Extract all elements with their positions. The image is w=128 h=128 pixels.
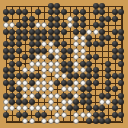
black-stone[interactable] — [118, 29, 124, 35]
black-stone[interactable] — [61, 41, 67, 47]
white-stone[interactable] — [22, 80, 28, 86]
white-stone[interactable] — [22, 118, 28, 124]
white-stone[interactable] — [105, 99, 111, 105]
black-stone[interactable] — [86, 105, 92, 111]
white-stone[interactable] — [80, 48, 86, 54]
black-stone[interactable] — [16, 48, 22, 54]
black-stone[interactable] — [80, 22, 86, 28]
black-stone[interactable] — [118, 35, 124, 41]
white-stone[interactable] — [93, 29, 99, 35]
white-stone[interactable] — [48, 41, 54, 47]
black-stone[interactable] — [22, 35, 28, 41]
black-stone[interactable] — [61, 61, 67, 67]
white-stone[interactable] — [41, 41, 47, 47]
black-stone[interactable] — [16, 9, 22, 15]
black-stone[interactable] — [41, 112, 47, 118]
black-stone[interactable] — [80, 9, 86, 15]
black-stone[interactable] — [99, 118, 105, 124]
black-stone[interactable] — [73, 99, 79, 105]
black-stone[interactable] — [16, 61, 22, 67]
white-stone[interactable] — [67, 99, 73, 105]
black-stone[interactable] — [16, 93, 22, 99]
white-stone[interactable] — [9, 105, 15, 111]
white-stone[interactable] — [48, 48, 54, 54]
black-stone[interactable] — [48, 35, 54, 41]
black-stone[interactable] — [9, 86, 15, 92]
white-stone[interactable] — [35, 105, 41, 111]
black-stone[interactable] — [29, 48, 35, 54]
black-stone[interactable] — [112, 112, 118, 118]
black-stone[interactable] — [61, 67, 67, 73]
black-stone[interactable] — [54, 9, 60, 15]
black-stone[interactable] — [16, 29, 22, 35]
black-stone[interactable] — [112, 86, 118, 92]
white-stone[interactable] — [73, 61, 79, 67]
black-stone[interactable] — [3, 16, 9, 22]
white-stone[interactable] — [67, 16, 73, 22]
white-stone[interactable] — [41, 22, 47, 28]
black-stone[interactable] — [3, 73, 9, 79]
black-stone[interactable] — [16, 73, 22, 79]
black-stone[interactable] — [29, 35, 35, 41]
black-stone[interactable] — [22, 16, 28, 22]
black-stone[interactable] — [86, 118, 92, 124]
black-stone[interactable] — [9, 61, 15, 67]
black-stone[interactable] — [3, 93, 9, 99]
white-stone[interactable] — [54, 118, 60, 124]
black-stone[interactable] — [112, 105, 118, 111]
black-stone[interactable] — [73, 29, 79, 35]
black-stone[interactable] — [73, 22, 79, 28]
white-stone[interactable] — [35, 80, 41, 86]
white-stone[interactable] — [54, 67, 60, 73]
black-stone[interactable] — [3, 48, 9, 54]
black-stone[interactable] — [3, 67, 9, 73]
black-stone[interactable] — [93, 41, 99, 47]
black-stone[interactable] — [99, 29, 105, 35]
black-stone[interactable] — [80, 86, 86, 92]
black-stone[interactable] — [112, 99, 118, 105]
black-stone[interactable] — [3, 29, 9, 35]
hoshi-point — [24, 63, 26, 65]
white-stone[interactable] — [54, 112, 60, 118]
white-stone[interactable] — [67, 86, 73, 92]
white-stone[interactable] — [3, 22, 9, 28]
black-stone[interactable] — [3, 9, 9, 15]
white-stone[interactable] — [29, 61, 35, 67]
black-stone[interactable] — [54, 3, 60, 9]
white-stone[interactable] — [22, 105, 28, 111]
black-stone[interactable] — [9, 48, 15, 54]
white-stone[interactable] — [48, 80, 54, 86]
black-stone[interactable] — [118, 61, 124, 67]
black-stone[interactable] — [112, 29, 118, 35]
black-stone[interactable] — [54, 80, 60, 86]
black-stone[interactable] — [118, 93, 124, 99]
black-stone[interactable] — [29, 80, 35, 86]
black-stone[interactable] — [3, 80, 9, 86]
black-stone[interactable] — [61, 48, 67, 54]
black-stone[interactable] — [29, 29, 35, 35]
black-stone[interactable] — [99, 41, 105, 47]
black-stone[interactable] — [16, 41, 22, 47]
white-stone[interactable] — [29, 105, 35, 111]
white-stone[interactable] — [73, 54, 79, 60]
white-stone[interactable] — [22, 93, 28, 99]
black-stone[interactable] — [86, 61, 92, 67]
black-stone[interactable] — [22, 22, 28, 28]
white-stone[interactable] — [41, 86, 47, 92]
black-stone[interactable] — [9, 67, 15, 73]
black-stone[interactable] — [48, 3, 54, 9]
black-stone[interactable] — [118, 99, 124, 105]
black-stone[interactable] — [112, 54, 118, 60]
black-stone[interactable] — [9, 9, 15, 15]
black-stone[interactable] — [9, 41, 15, 47]
white-stone[interactable] — [67, 22, 73, 28]
black-stone[interactable] — [86, 41, 92, 47]
black-stone[interactable] — [35, 93, 41, 99]
black-stone[interactable] — [61, 80, 67, 86]
white-stone[interactable] — [61, 99, 67, 105]
white-stone[interactable] — [41, 80, 47, 86]
black-stone[interactable] — [29, 73, 35, 79]
white-stone[interactable] — [35, 22, 41, 28]
black-stone[interactable] — [29, 16, 35, 22]
white-stone[interactable] — [80, 67, 86, 73]
black-stone[interactable] — [86, 54, 92, 60]
black-stone[interactable] — [22, 99, 28, 105]
black-stone[interactable] — [22, 9, 28, 15]
white-stone[interactable] — [54, 61, 60, 67]
white-stone[interactable] — [54, 73, 60, 79]
black-stone[interactable] — [105, 73, 111, 79]
white-stone[interactable] — [48, 99, 54, 105]
black-stone[interactable] — [86, 99, 92, 105]
black-stone[interactable] — [105, 61, 111, 67]
white-stone[interactable] — [41, 61, 47, 67]
black-stone[interactable] — [41, 48, 47, 54]
white-stone[interactable] — [16, 105, 22, 111]
black-stone[interactable] — [29, 22, 35, 28]
white-stone[interactable] — [61, 73, 67, 79]
black-stone[interactable] — [61, 29, 67, 35]
black-stone[interactable] — [9, 73, 15, 79]
black-stone[interactable] — [54, 35, 60, 41]
hoshi-point — [101, 63, 103, 65]
white-stone[interactable] — [48, 86, 54, 92]
black-stone[interactable] — [22, 54, 28, 60]
black-stone[interactable] — [61, 9, 67, 15]
black-stone[interactable] — [16, 35, 22, 41]
white-stone[interactable] — [80, 54, 86, 60]
black-stone[interactable] — [29, 54, 35, 60]
black-stone[interactable] — [54, 41, 60, 47]
black-stone[interactable] — [35, 41, 41, 47]
black-stone[interactable] — [35, 73, 41, 79]
go-board[interactable] — [0, 0, 128, 128]
white-stone[interactable] — [3, 105, 9, 111]
black-stone[interactable] — [93, 105, 99, 111]
white-stone[interactable] — [48, 93, 54, 99]
black-stone[interactable] — [105, 86, 111, 92]
white-stone[interactable] — [73, 112, 79, 118]
white-stone[interactable] — [41, 73, 47, 79]
black-stone[interactable] — [16, 112, 22, 118]
black-stone[interactable] — [67, 105, 73, 111]
black-stone[interactable] — [118, 9, 124, 15]
black-stone[interactable] — [112, 9, 118, 15]
black-stone[interactable] — [112, 48, 118, 54]
white-stone[interactable] — [73, 93, 79, 99]
black-stone[interactable] — [80, 99, 86, 105]
black-stone[interactable] — [67, 93, 73, 99]
white-stone[interactable] — [48, 105, 54, 111]
white-stone[interactable] — [29, 118, 35, 124]
white-stone[interactable] — [73, 86, 79, 92]
white-stone[interactable] — [61, 105, 67, 111]
black-stone[interactable] — [22, 29, 28, 35]
black-stone[interactable] — [9, 54, 15, 60]
white-stone[interactable] — [41, 105, 47, 111]
black-stone[interactable] — [86, 86, 92, 92]
white-stone[interactable] — [80, 80, 86, 86]
black-stone[interactable] — [86, 35, 92, 41]
black-stone[interactable] — [3, 54, 9, 60]
white-stone[interactable] — [54, 93, 60, 99]
black-stone[interactable] — [54, 16, 60, 22]
white-stone[interactable] — [35, 61, 41, 67]
black-stone[interactable] — [86, 73, 92, 79]
black-stone[interactable] — [61, 93, 67, 99]
black-stone[interactable] — [93, 54, 99, 60]
black-stone[interactable] — [41, 29, 47, 35]
white-stone[interactable] — [80, 35, 86, 41]
white-stone[interactable] — [35, 86, 41, 92]
black-stone[interactable] — [99, 22, 105, 28]
black-stone[interactable] — [61, 54, 67, 60]
black-stone[interactable] — [105, 118, 111, 124]
white-stone[interactable] — [3, 99, 9, 105]
black-stone[interactable] — [80, 29, 86, 35]
black-stone[interactable] — [48, 54, 54, 60]
black-stone[interactable] — [118, 73, 124, 79]
white-stone[interactable] — [48, 118, 54, 124]
white-stone[interactable] — [41, 54, 47, 60]
white-stone[interactable] — [54, 54, 60, 60]
black-stone[interactable] — [73, 9, 79, 15]
white-stone[interactable] — [29, 93, 35, 99]
black-stone[interactable] — [105, 16, 111, 22]
black-stone[interactable] — [54, 29, 60, 35]
white-stone[interactable] — [73, 41, 79, 47]
black-stone[interactable] — [93, 67, 99, 73]
black-stone[interactable] — [93, 80, 99, 86]
black-stone[interactable] — [80, 93, 86, 99]
white-stone[interactable] — [86, 112, 92, 118]
black-stone[interactable] — [16, 22, 22, 28]
white-stone[interactable] — [54, 105, 60, 111]
black-stone[interactable] — [118, 54, 124, 60]
black-stone[interactable] — [99, 3, 105, 9]
black-stone[interactable] — [93, 9, 99, 15]
black-stone[interactable] — [67, 80, 73, 86]
black-stone[interactable] — [3, 112, 9, 118]
black-stone[interactable] — [93, 22, 99, 28]
white-stone[interactable] — [48, 61, 54, 67]
black-stone[interactable] — [67, 67, 73, 73]
black-stone[interactable] — [73, 16, 79, 22]
white-stone[interactable] — [41, 67, 47, 73]
black-stone[interactable] — [105, 35, 111, 41]
white-stone[interactable] — [73, 35, 79, 41]
black-stone[interactable] — [29, 41, 35, 47]
black-stone[interactable] — [99, 93, 105, 99]
black-stone[interactable] — [93, 3, 99, 9]
black-stone[interactable] — [86, 80, 92, 86]
white-stone[interactable] — [35, 54, 41, 60]
black-stone[interactable] — [67, 48, 73, 54]
black-stone[interactable] — [118, 80, 124, 86]
black-stone[interactable] — [67, 61, 73, 67]
black-stone[interactable] — [93, 118, 99, 124]
white-stone[interactable] — [16, 80, 22, 86]
black-stone[interactable] — [80, 61, 86, 67]
white-stone[interactable] — [86, 29, 92, 35]
white-stone[interactable] — [73, 118, 79, 124]
black-stone[interactable] — [86, 93, 92, 99]
black-stone[interactable] — [61, 22, 67, 28]
white-stone[interactable] — [22, 86, 28, 92]
white-stone[interactable] — [61, 86, 67, 92]
black-stone[interactable] — [9, 93, 15, 99]
black-stone[interactable] — [99, 9, 105, 15]
white-stone[interactable] — [99, 99, 105, 105]
black-stone[interactable] — [80, 16, 86, 22]
black-stone[interactable] — [9, 80, 15, 86]
white-stone[interactable] — [61, 112, 67, 118]
black-stone[interactable] — [48, 29, 54, 35]
black-stone[interactable] — [67, 73, 73, 79]
black-stone[interactable] — [86, 67, 92, 73]
white-stone[interactable] — [9, 22, 15, 28]
black-stone[interactable] — [105, 67, 111, 73]
white-stone[interactable] — [73, 48, 79, 54]
white-stone[interactable] — [73, 80, 79, 86]
black-stone[interactable] — [9, 35, 15, 41]
white-stone[interactable] — [73, 67, 79, 73]
black-stone[interactable] — [99, 16, 105, 22]
black-stone[interactable] — [16, 86, 22, 92]
black-stone[interactable] — [99, 35, 105, 41]
black-stone[interactable] — [35, 29, 41, 35]
black-stone[interactable] — [35, 35, 41, 41]
white-stone[interactable] — [54, 48, 60, 54]
black-stone[interactable] — [48, 9, 54, 15]
white-stone[interactable] — [29, 86, 35, 92]
white-stone[interactable] — [80, 112, 86, 118]
white-stone[interactable] — [80, 41, 86, 47]
black-stone[interactable] — [9, 99, 15, 105]
white-stone[interactable] — [41, 118, 47, 124]
black-stone[interactable] — [93, 73, 99, 79]
go-board-screenshot — [0, 0, 128, 128]
black-stone[interactable] — [105, 93, 111, 99]
black-stone[interactable] — [16, 99, 22, 105]
black-stone[interactable] — [22, 73, 28, 79]
black-stone[interactable] — [73, 105, 79, 111]
white-stone[interactable] — [48, 67, 54, 73]
black-stone[interactable] — [9, 29, 15, 35]
black-stone[interactable] — [29, 99, 35, 105]
black-stone[interactable] — [118, 48, 124, 54]
black-stone[interactable] — [48, 16, 54, 22]
black-stone[interactable] — [35, 112, 41, 118]
black-stone[interactable] — [112, 73, 118, 79]
black-stone[interactable] — [22, 112, 28, 118]
white-stone[interactable] — [22, 67, 28, 73]
black-stone[interactable] — [99, 112, 105, 118]
black-stone[interactable] — [35, 48, 41, 54]
black-stone[interactable] — [48, 22, 54, 28]
black-stone[interactable] — [112, 41, 118, 47]
black-stone[interactable] — [35, 9, 41, 15]
black-stone[interactable] — [54, 22, 60, 28]
black-stone[interactable] — [118, 112, 124, 118]
black-stone[interactable] — [99, 105, 105, 111]
black-stone[interactable] — [3, 41, 9, 47]
black-stone[interactable] — [80, 73, 86, 79]
white-stone[interactable] — [29, 67, 35, 73]
black-stone[interactable] — [93, 112, 99, 118]
black-stone[interactable] — [73, 73, 79, 79]
white-stone[interactable] — [41, 93, 47, 99]
black-stone[interactable] — [105, 80, 111, 86]
black-stone[interactable] — [41, 35, 47, 41]
black-stone[interactable] — [112, 16, 118, 22]
